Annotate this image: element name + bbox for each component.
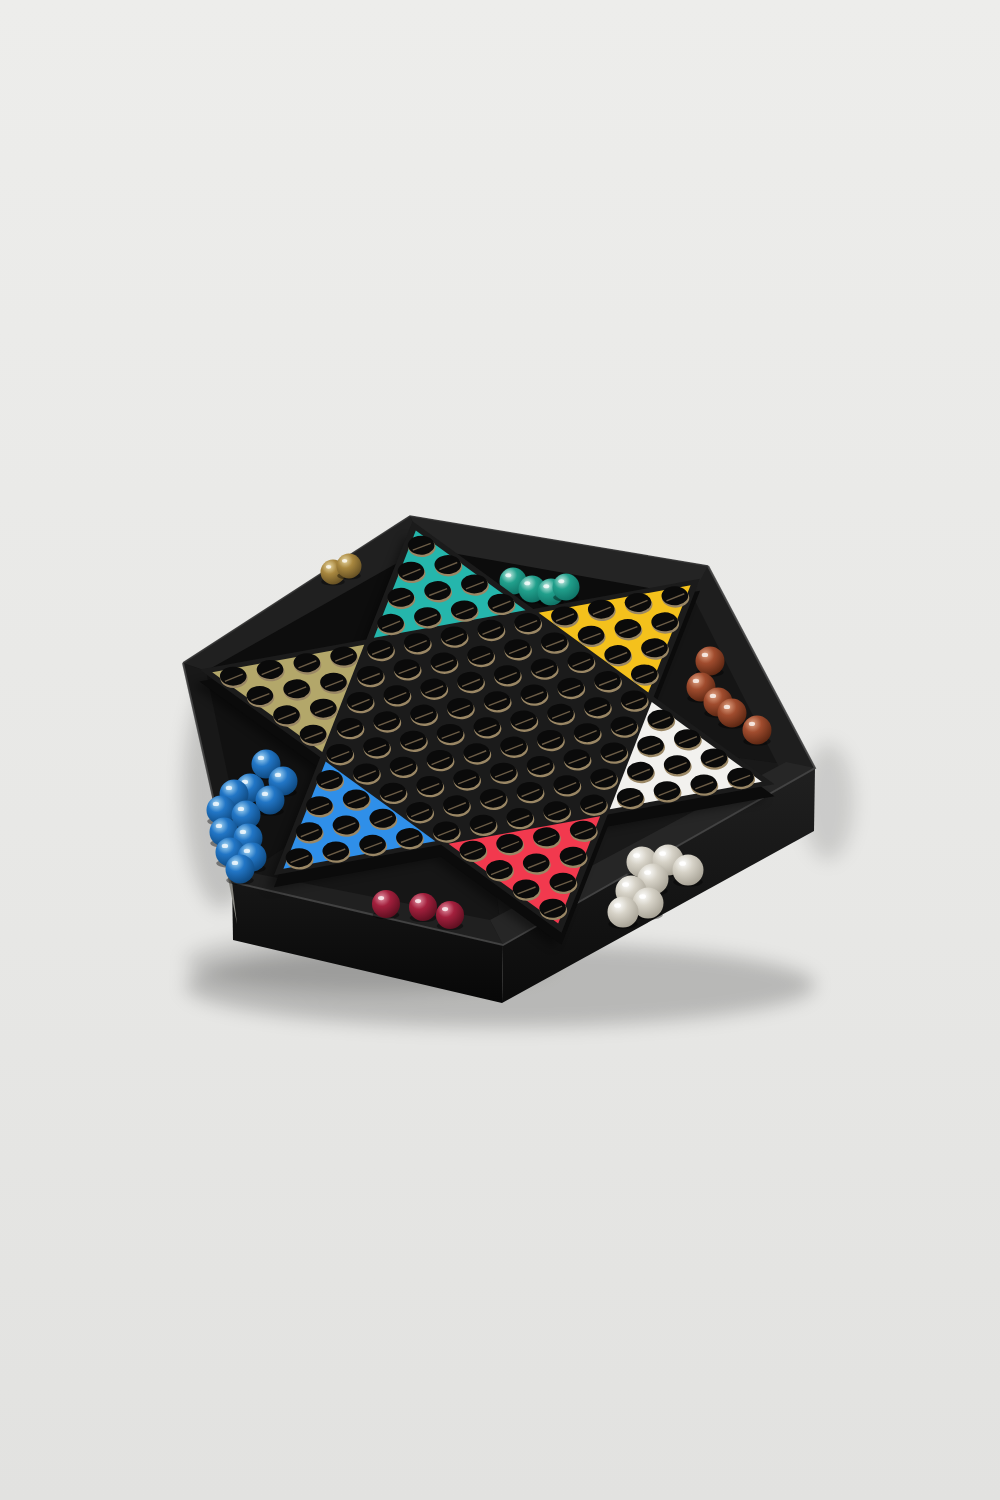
marble-copper [696, 647, 725, 676]
marble-specular [558, 579, 564, 583]
marble-specular [232, 861, 238, 865]
marble-red [436, 901, 464, 929]
marble-specular [505, 573, 511, 577]
marble-specular [326, 565, 332, 569]
marble-copper [718, 699, 747, 728]
marble-blue [256, 786, 285, 815]
marble-specular [659, 851, 666, 856]
marble-specular [213, 802, 219, 806]
marble-specular [749, 722, 755, 726]
marble-teal [553, 574, 580, 601]
marble-specular [710, 694, 716, 698]
marble-specular [702, 653, 708, 657]
marble-specular [622, 882, 629, 887]
marble-specular [226, 786, 232, 790]
marble-specular [240, 830, 246, 834]
marble-copper [743, 716, 772, 745]
marble-specular [639, 894, 646, 899]
marble-specular [415, 899, 421, 903]
marble-specular [378, 896, 384, 900]
marble-specular [244, 849, 250, 853]
marble-specular [543, 584, 549, 588]
marble-blue [226, 855, 255, 884]
marble-specular [693, 679, 699, 683]
marble-pearl [673, 855, 704, 886]
marble-specular [614, 903, 621, 908]
marble-specular [275, 773, 281, 777]
marble-red [372, 890, 400, 918]
marble-specular [258, 756, 264, 760]
marble-specular [222, 844, 228, 848]
marble-specular [262, 792, 268, 796]
marble-specular [216, 824, 222, 828]
marble-specular [644, 870, 651, 875]
marble-specular [679, 861, 686, 866]
marble-red [409, 893, 437, 921]
marble-pearl [608, 897, 639, 928]
marble-specular [724, 705, 730, 709]
marble-specular [442, 907, 448, 911]
scene [0, 0, 1000, 1500]
chinese-checkers-set-photo [0, 0, 1000, 1500]
marble-gold [337, 554, 362, 579]
marble-specular [524, 581, 530, 585]
marble-specular [238, 807, 244, 811]
marble-specular [342, 559, 348, 563]
marble-specular [633, 853, 640, 858]
